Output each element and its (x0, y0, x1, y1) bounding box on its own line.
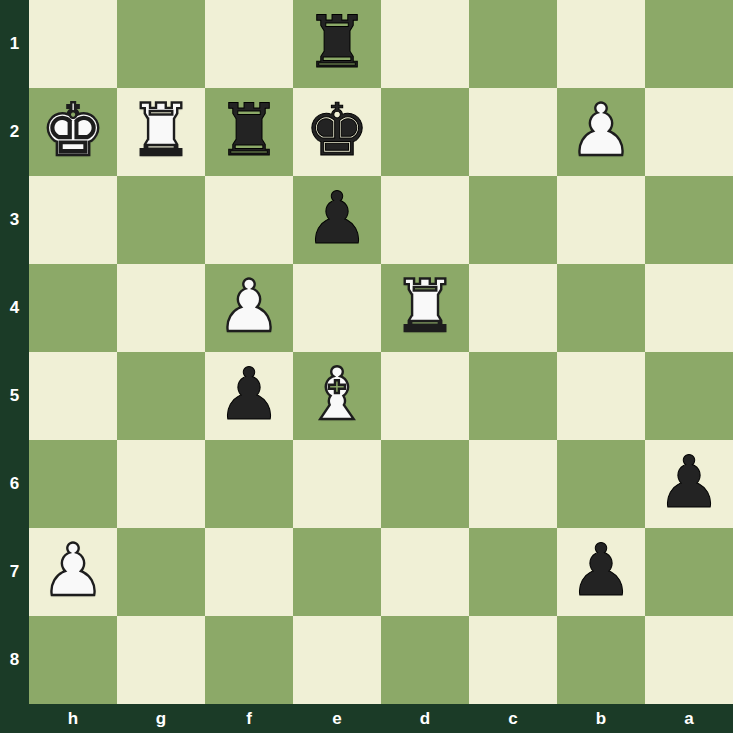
square-a2[interactable] (645, 88, 733, 176)
square-d3[interactable] (381, 176, 469, 264)
black-pawn[interactable]: ♟ (305, 182, 370, 254)
square-g2[interactable]: ♜ (117, 88, 205, 176)
square-a8[interactable] (645, 616, 733, 704)
square-c5[interactable] (469, 352, 557, 440)
square-f8[interactable] (205, 616, 293, 704)
file-label-c: c (469, 704, 557, 733)
file-label-e: e (293, 704, 381, 733)
square-h1[interactable] (29, 0, 117, 88)
black-king[interactable]: ♚ (305, 94, 370, 166)
white-rook[interactable]: ♜ (393, 270, 458, 342)
square-a7[interactable] (645, 528, 733, 616)
square-f1[interactable] (205, 0, 293, 88)
square-h4[interactable] (29, 264, 117, 352)
square-d4[interactable]: ♜ (381, 264, 469, 352)
square-h5[interactable] (29, 352, 117, 440)
file-label-a: a (645, 704, 733, 733)
square-e2[interactable]: ♚ (293, 88, 381, 176)
square-e3[interactable]: ♟ (293, 176, 381, 264)
rank-label-6: 6 (0, 440, 29, 528)
rank-label-4: 4 (0, 264, 29, 352)
square-f2[interactable]: ♜ (205, 88, 293, 176)
file-label-g: g (117, 704, 205, 733)
square-a6[interactable]: ♟ (645, 440, 733, 528)
square-h3[interactable] (29, 176, 117, 264)
square-f6[interactable] (205, 440, 293, 528)
square-h6[interactable] (29, 440, 117, 528)
square-a5[interactable] (645, 352, 733, 440)
square-b8[interactable] (557, 616, 645, 704)
white-pawn[interactable]: ♟ (41, 534, 106, 606)
square-b7[interactable]: ♟ (557, 528, 645, 616)
square-d2[interactable] (381, 88, 469, 176)
square-f3[interactable] (205, 176, 293, 264)
square-b2[interactable]: ♟ (557, 88, 645, 176)
black-pawn[interactable]: ♟ (569, 534, 634, 606)
square-c2[interactable] (469, 88, 557, 176)
square-c8[interactable] (469, 616, 557, 704)
square-c6[interactable] (469, 440, 557, 528)
black-rook[interactable]: ♜ (305, 6, 370, 78)
white-rook[interactable]: ♜ (129, 94, 194, 166)
square-b4[interactable] (557, 264, 645, 352)
square-f5[interactable]: ♟ (205, 352, 293, 440)
file-label-h: h (29, 704, 117, 733)
square-g8[interactable] (117, 616, 205, 704)
square-g5[interactable] (117, 352, 205, 440)
square-e7[interactable] (293, 528, 381, 616)
square-h7[interactable]: ♟ (29, 528, 117, 616)
square-g1[interactable] (117, 0, 205, 88)
square-b6[interactable] (557, 440, 645, 528)
file-label-b: b (557, 704, 645, 733)
black-pawn[interactable]: ♟ (657, 446, 722, 518)
square-c4[interactable] (469, 264, 557, 352)
rank-label-1: 1 (0, 0, 29, 88)
square-e1[interactable]: ♜ (293, 0, 381, 88)
square-g3[interactable] (117, 176, 205, 264)
rank-label-5: 5 (0, 352, 29, 440)
square-h2[interactable]: ♚ (29, 88, 117, 176)
rank-label-3: 3 (0, 176, 29, 264)
square-a3[interactable] (645, 176, 733, 264)
white-king[interactable]: ♚ (41, 94, 106, 166)
white-pawn[interactable]: ♟ (569, 94, 634, 166)
square-b1[interactable] (557, 0, 645, 88)
rank-label-8: 8 (0, 616, 29, 704)
square-e6[interactable] (293, 440, 381, 528)
square-b5[interactable] (557, 352, 645, 440)
rank-label-7: 7 (0, 528, 29, 616)
square-g6[interactable] (117, 440, 205, 528)
square-g4[interactable] (117, 264, 205, 352)
chess-board-frame: 12345678 ♜♚♜♜♚♟♟♟♜♟♝♟♟♟ hgfedcba (0, 0, 733, 733)
square-c7[interactable] (469, 528, 557, 616)
square-b3[interactable] (557, 176, 645, 264)
square-d5[interactable] (381, 352, 469, 440)
black-rook[interactable]: ♜ (217, 94, 282, 166)
square-e8[interactable] (293, 616, 381, 704)
rank-labels: 12345678 (0, 0, 29, 704)
square-d1[interactable] (381, 0, 469, 88)
black-pawn[interactable]: ♟ (217, 358, 282, 430)
square-d6[interactable] (381, 440, 469, 528)
chess-board: ♜♚♜♜♚♟♟♟♜♟♝♟♟♟ (29, 0, 733, 704)
square-a4[interactable] (645, 264, 733, 352)
square-f7[interactable] (205, 528, 293, 616)
square-d8[interactable] (381, 616, 469, 704)
file-label-d: d (381, 704, 469, 733)
white-pawn[interactable]: ♟ (217, 270, 282, 342)
square-c3[interactable] (469, 176, 557, 264)
square-f4[interactable]: ♟ (205, 264, 293, 352)
square-d7[interactable] (381, 528, 469, 616)
square-e4[interactable] (293, 264, 381, 352)
square-a1[interactable] (645, 0, 733, 88)
white-bishop[interactable]: ♝ (305, 358, 370, 430)
square-c1[interactable] (469, 0, 557, 88)
file-label-f: f (205, 704, 293, 733)
square-g7[interactable] (117, 528, 205, 616)
square-h8[interactable] (29, 616, 117, 704)
file-labels: hgfedcba (29, 704, 733, 733)
rank-label-2: 2 (0, 88, 29, 176)
square-e5[interactable]: ♝ (293, 352, 381, 440)
